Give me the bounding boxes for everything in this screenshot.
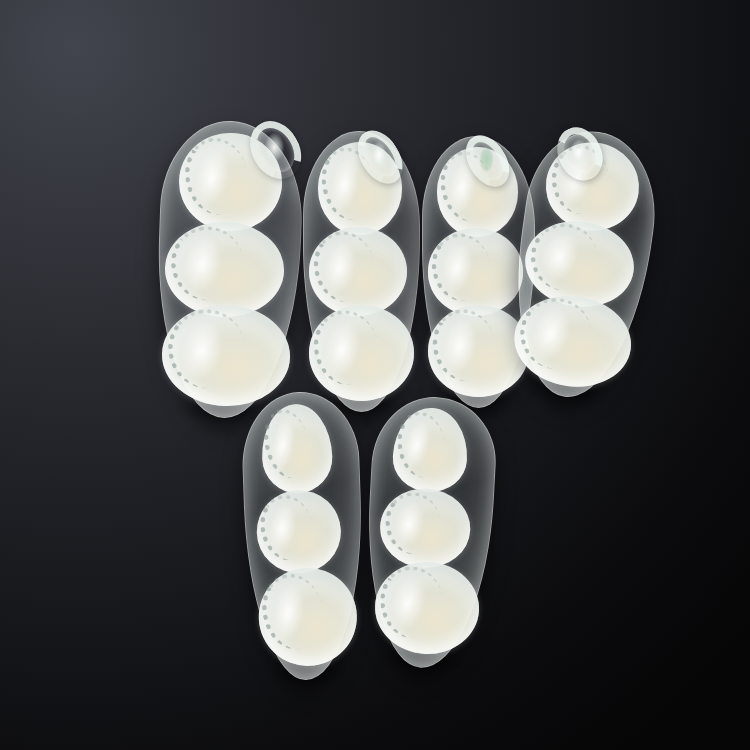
photo-stage: [0, 0, 750, 750]
jade-pea-pod-6: [361, 394, 499, 671]
pea-2: [309, 227, 407, 317]
pea-3: [309, 305, 414, 401]
pea-highlight: [177, 232, 228, 297]
pea-highlight: [268, 417, 299, 474]
pea-highlight: [399, 418, 435, 473]
pea-highlight: [268, 582, 309, 645]
stem-curl: [246, 113, 305, 189]
pea-2: [428, 228, 523, 315]
pea-highlight: [175, 316, 229, 385]
pea-highlight: [384, 573, 430, 635]
stem-curl: [550, 118, 611, 191]
jade-pea-pod-5: [240, 390, 367, 682]
pea-highlight: [188, 145, 234, 210]
pea-highlight: [437, 317, 480, 378]
pea-highlight: [524, 302, 578, 366]
stem-curl: [357, 123, 404, 193]
jade-pea-pod-1: [153, 119, 305, 421]
pea-highlight: [437, 240, 478, 297]
pea-highlight: [265, 502, 300, 556]
pea-highlight: [318, 238, 360, 297]
pea-highlight: [389, 498, 429, 551]
pea-highlight: [319, 318, 364, 381]
jade-pea-pod-2: [303, 131, 420, 412]
stem-curl: [465, 128, 510, 196]
pea-highlight: [534, 228, 584, 288]
